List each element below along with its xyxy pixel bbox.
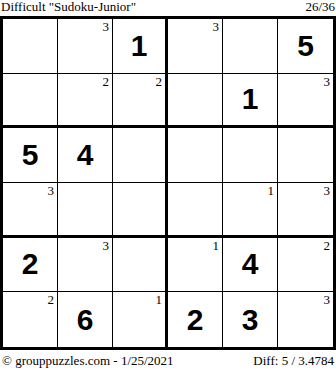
given-digit: 4 — [77, 140, 94, 170]
cell-r5c3[interactable] — [113, 238, 168, 293]
copyright-text: © grouppuzzles.com - 1/25/2021 — [2, 353, 174, 368]
cell-r4c2[interactable] — [58, 183, 113, 238]
cell-r6c5[interactable]: 3 — [223, 292, 278, 347]
puzzle-title: Difficult "Sudoku-Junior" — [1, 0, 136, 14]
cell-r4c5[interactable]: 1 — [223, 183, 278, 238]
given-digit: 3 — [242, 305, 259, 335]
given-digit: 5 — [22, 140, 39, 170]
cell-r2c6[interactable]: 3 — [278, 74, 333, 129]
pencil-mark: 3 — [324, 183, 331, 198]
cell-r4c3[interactable] — [113, 183, 168, 238]
pencil-mark: 1 — [156, 292, 163, 307]
cell-r6c6[interactable]: 3 — [278, 292, 333, 347]
given-digit: 1 — [131, 31, 148, 61]
puzzle-page: Difficult "Sudoku-Junior" 26/36 31352213… — [0, 0, 336, 370]
header: Difficult "Sudoku-Junior" 26/36 — [0, 0, 336, 16]
cell-r6c3[interactable]: 1 — [113, 292, 168, 347]
cell-r1c2[interactable]: 3 — [58, 19, 113, 74]
cell-r5c4[interactable]: 1 — [168, 238, 223, 293]
cells-remaining-counter: 26/36 — [305, 0, 335, 14]
cell-r6c1[interactable]: 2 — [3, 292, 58, 347]
given-digit: 2 — [187, 305, 204, 335]
cell-r4c6[interactable]: 3 — [278, 183, 333, 238]
pencil-mark: 2 — [324, 238, 331, 253]
given-digit: 4 — [242, 249, 259, 279]
cell-r1c1[interactable] — [3, 19, 58, 74]
cell-r1c4[interactable]: 3 — [168, 19, 223, 74]
footer: © grouppuzzles.com - 1/25/2021 Diff: 5 /… — [0, 350, 336, 370]
pencil-mark: 3 — [103, 19, 110, 34]
cell-r3c4[interactable] — [168, 128, 223, 183]
cell-r2c2[interactable]: 2 — [58, 74, 113, 129]
given-digit: 1 — [242, 84, 259, 114]
pencil-mark: 2 — [103, 74, 110, 89]
cell-r2c1[interactable] — [3, 74, 58, 129]
cell-r6c4[interactable]: 2 — [168, 292, 223, 347]
cell-r3c1[interactable]: 5 — [3, 128, 58, 183]
given-digit: 6 — [77, 305, 94, 335]
cell-r4c1[interactable]: 3 — [3, 183, 58, 238]
sudoku-grid: 313522135431323142261233 — [0, 16, 336, 350]
cell-r1c5[interactable] — [223, 19, 278, 74]
pencil-mark: 2 — [48, 292, 55, 307]
pencil-mark: 3 — [324, 292, 331, 307]
cell-r3c3[interactable] — [113, 128, 168, 183]
cell-r5c5[interactable]: 4 — [223, 238, 278, 293]
pencil-mark: 1 — [268, 183, 275, 198]
pencil-mark: 3 — [324, 74, 331, 89]
given-digit: 2 — [22, 249, 39, 279]
pencil-mark: 3 — [103, 238, 110, 253]
cell-r3c6[interactable] — [278, 128, 333, 183]
cell-r4c4[interactable] — [168, 183, 223, 238]
cell-r5c6[interactable]: 2 — [278, 238, 333, 293]
difficulty-text: Diff: 5 / 3.4784 — [253, 353, 334, 368]
cell-r2c5[interactable]: 1 — [223, 74, 278, 129]
cell-r3c2[interactable]: 4 — [58, 128, 113, 183]
cell-r2c3[interactable]: 2 — [113, 74, 168, 129]
cell-r2c4[interactable] — [168, 74, 223, 129]
cell-r3c5[interactable] — [223, 128, 278, 183]
cell-r5c1[interactable]: 2 — [3, 238, 58, 293]
given-digit: 5 — [297, 31, 314, 61]
cell-r1c3[interactable]: 1 — [113, 19, 168, 74]
cell-r5c2[interactable]: 3 — [58, 238, 113, 293]
pencil-mark: 2 — [156, 74, 163, 89]
pencil-mark: 1 — [213, 238, 220, 253]
pencil-mark: 3 — [213, 19, 220, 34]
pencil-mark: 3 — [48, 183, 55, 198]
cell-r1c6[interactable]: 5 — [278, 19, 333, 74]
cell-r6c2[interactable]: 6 — [58, 292, 113, 347]
